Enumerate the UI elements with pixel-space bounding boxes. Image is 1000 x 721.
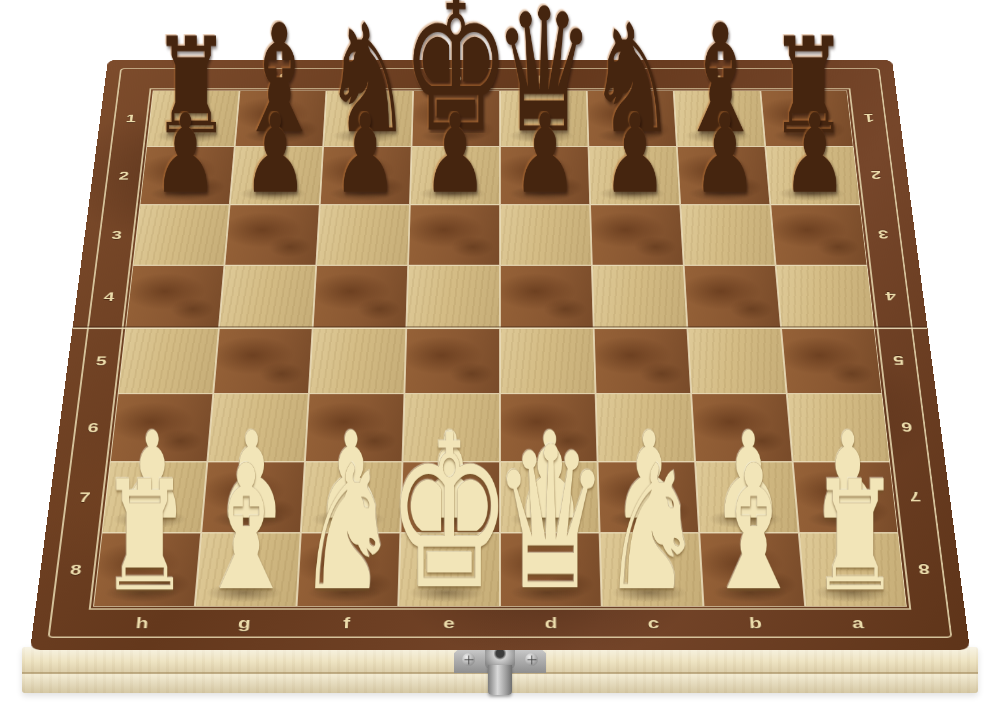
square-d4[interactable] bbox=[500, 265, 594, 328]
square-a8[interactable] bbox=[799, 533, 907, 607]
square-a4[interactable] bbox=[776, 265, 875, 328]
square-a5[interactable] bbox=[781, 328, 882, 393]
square-d8[interactable] bbox=[500, 533, 602, 607]
file-label-d: d bbox=[500, 71, 587, 88]
product-photo-stage: 12345678 12345678 hgfedcba hgfedcba ♜♝♞♚… bbox=[0, 0, 1000, 721]
file-label-g: g bbox=[240, 71, 328, 88]
square-e7[interactable] bbox=[400, 462, 500, 533]
file-label-a: a bbox=[759, 71, 847, 88]
square-b7[interactable] bbox=[695, 462, 799, 533]
square-h1[interactable] bbox=[146, 90, 239, 146]
square-b6[interactable] bbox=[691, 394, 792, 462]
square-f8[interactable] bbox=[296, 533, 400, 607]
chess-board: 12345678 12345678 hgfedcba hgfedcba ♜♝♞♚… bbox=[30, 60, 970, 650]
file-label-b: b bbox=[672, 71, 760, 88]
latch-barrel bbox=[488, 665, 512, 695]
board-edge-strip bbox=[22, 647, 978, 693]
square-e3[interactable] bbox=[408, 205, 500, 266]
square-h5[interactable] bbox=[118, 328, 219, 393]
square-c3[interactable] bbox=[590, 205, 684, 266]
square-f2[interactable] bbox=[320, 147, 412, 205]
square-b1[interactable] bbox=[674, 90, 766, 146]
square-f1[interactable] bbox=[323, 90, 413, 146]
square-f5[interactable] bbox=[309, 328, 406, 393]
square-g1[interactable] bbox=[235, 90, 327, 146]
square-g4[interactable] bbox=[219, 265, 316, 328]
square-f4[interactable] bbox=[313, 265, 409, 328]
square-c8[interactable] bbox=[600, 533, 704, 607]
square-d5[interactable] bbox=[500, 328, 596, 393]
square-e8[interactable] bbox=[398, 533, 500, 607]
square-b4[interactable] bbox=[684, 265, 781, 328]
square-e1[interactable] bbox=[412, 90, 500, 146]
square-h6[interactable] bbox=[110, 394, 213, 462]
square-h3[interactable] bbox=[133, 205, 230, 266]
file-label-f: f bbox=[327, 71, 414, 88]
file-label-c: c bbox=[586, 71, 673, 88]
latch-screw-left-icon bbox=[462, 653, 475, 666]
square-f7[interactable] bbox=[301, 462, 403, 533]
square-g5[interactable] bbox=[213, 328, 312, 393]
square-g6[interactable] bbox=[207, 394, 308, 462]
square-b2[interactable] bbox=[677, 147, 770, 205]
square-d7[interactable] bbox=[500, 462, 600, 533]
square-c4[interactable] bbox=[592, 265, 688, 328]
square-g8[interactable] bbox=[195, 533, 301, 607]
square-a6[interactable] bbox=[787, 394, 890, 462]
square-d3[interactable] bbox=[500, 205, 592, 266]
square-g3[interactable] bbox=[224, 205, 319, 266]
chess-board-scene: 12345678 12345678 hgfedcba hgfedcba ♜♝♞♚… bbox=[30, 100, 970, 650]
square-b5[interactable] bbox=[687, 328, 786, 393]
square-f6[interactable] bbox=[305, 394, 405, 462]
square-c1[interactable] bbox=[587, 90, 677, 146]
square-d2[interactable] bbox=[500, 147, 590, 205]
square-b8[interactable] bbox=[699, 533, 805, 607]
square-a2[interactable] bbox=[765, 147, 860, 205]
square-c6[interactable] bbox=[596, 394, 696, 462]
square-a1[interactable] bbox=[760, 90, 853, 146]
square-e6[interactable] bbox=[402, 394, 500, 462]
square-f3[interactable] bbox=[316, 205, 410, 266]
file-label-e: e bbox=[413, 71, 500, 88]
square-d6[interactable] bbox=[500, 394, 598, 462]
square-c2[interactable] bbox=[588, 147, 680, 205]
square-b3[interactable] bbox=[680, 205, 775, 266]
square-a3[interactable] bbox=[770, 205, 867, 266]
square-c5[interactable] bbox=[594, 328, 691, 393]
file-label-h: h bbox=[153, 71, 241, 88]
square-h7[interactable] bbox=[102, 462, 208, 533]
square-h8[interactable] bbox=[93, 533, 201, 607]
square-c7[interactable] bbox=[598, 462, 700, 533]
file-labels-top: hgfedcba bbox=[153, 71, 847, 88]
square-g7[interactable] bbox=[201, 462, 305, 533]
latch-screw-right-icon bbox=[525, 653, 538, 666]
square-h4[interactable] bbox=[125, 265, 224, 328]
board-grid bbox=[93, 90, 907, 606]
square-a7[interactable] bbox=[793, 462, 899, 533]
square-d1[interactable] bbox=[500, 90, 588, 146]
square-h2[interactable] bbox=[140, 147, 235, 205]
square-g2[interactable] bbox=[230, 147, 323, 205]
square-e2[interactable] bbox=[410, 147, 500, 205]
square-e4[interactable] bbox=[406, 265, 500, 328]
square-e5[interactable] bbox=[404, 328, 500, 393]
